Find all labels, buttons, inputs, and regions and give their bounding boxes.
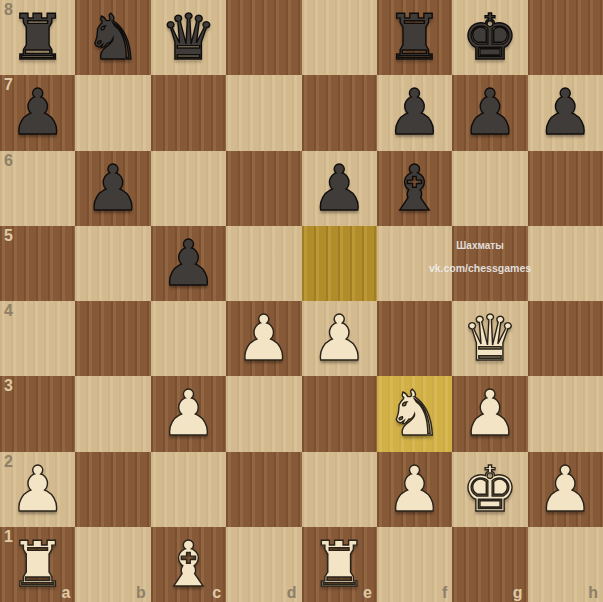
square-d7[interactable] [226,75,301,150]
square-b3[interactable] [75,376,150,451]
square-h3[interactable] [528,376,603,451]
file-label-b: b [136,584,146,602]
square-c4[interactable] [151,301,226,376]
square-e3[interactable] [302,376,377,451]
square-c8[interactable]: ♛ [151,0,226,75]
piece-black-pawn-h7[interactable]: ♟ [537,75,593,150]
chess-board: ♜8♞♛♜♚♟7♟♟♟6♟♟♝5♟4♟♟♛3♟♞♟♟2♟♚♟♜1ab♝cd♜ef… [0,0,603,602]
square-g5[interactable] [452,226,527,301]
file-label-g: g [513,584,523,602]
square-d1[interactable]: d [226,527,301,602]
square-c3[interactable]: ♟ [151,376,226,451]
square-f5[interactable] [377,226,452,301]
square-e4[interactable]: ♟ [302,301,377,376]
piece-black-pawn-e6[interactable]: ♟ [311,151,367,226]
square-e2[interactable] [302,452,377,527]
square-d3[interactable] [226,376,301,451]
square-d4[interactable]: ♟ [226,301,301,376]
square-h7[interactable]: ♟ [528,75,603,150]
piece-white-pawn-h2[interactable]: ♟ [537,452,593,527]
square-c2[interactable] [151,452,226,527]
square-h1[interactable]: h [528,527,603,602]
square-h8[interactable] [528,0,603,75]
piece-white-pawn-d4[interactable]: ♟ [236,301,292,376]
square-f8[interactable]: ♜ [377,0,452,75]
piece-white-pawn-g3[interactable]: ♟ [462,376,518,451]
rank-label-2: 2 [4,453,13,471]
square-g6[interactable] [452,151,527,226]
square-a2[interactable]: ♟2 [0,452,75,527]
square-c7[interactable] [151,75,226,150]
square-g1[interactable]: g [452,527,527,602]
file-label-f: f [442,584,447,602]
piece-black-rook-f8[interactable]: ♜ [386,0,442,75]
square-b2[interactable] [75,452,150,527]
piece-black-bishop-f6[interactable]: ♝ [386,151,442,226]
square-h6[interactable] [528,151,603,226]
piece-white-pawn-f2[interactable]: ♟ [386,452,442,527]
piece-white-pawn-e4[interactable]: ♟ [311,301,367,376]
square-e1[interactable]: ♜e [302,527,377,602]
square-g2[interactable]: ♚ [452,452,527,527]
square-c6[interactable] [151,151,226,226]
square-g8[interactable]: ♚ [452,0,527,75]
rank-label-4: 4 [4,302,13,320]
rank-label-1: 1 [4,528,13,546]
square-d6[interactable] [226,151,301,226]
piece-black-knight-b8[interactable]: ♞ [85,0,141,75]
piece-black-pawn-g7[interactable]: ♟ [462,75,518,150]
board-grid: ♜8♞♛♜♚♟7♟♟♟6♟♟♝5♟4♟♟♛3♟♞♟♟2♟♚♟♜1ab♝cd♜ef… [0,0,603,602]
square-b4[interactable] [75,301,150,376]
file-label-a: a [61,584,70,602]
piece-black-pawn-b6[interactable]: ♟ [85,151,141,226]
piece-white-king-g2[interactable]: ♚ [462,452,518,527]
piece-white-knight-f3[interactable]: ♞ [386,376,442,451]
file-label-h: h [588,584,598,602]
piece-black-queen-c8[interactable]: ♛ [160,0,216,75]
rank-label-6: 6 [4,152,13,170]
square-f1[interactable]: f [377,527,452,602]
piece-white-pawn-c3[interactable]: ♟ [160,376,216,451]
square-c5[interactable]: ♟ [151,226,226,301]
square-d2[interactable] [226,452,301,527]
square-a8[interactable]: ♜8 [0,0,75,75]
square-a1[interactable]: ♜1a [0,527,75,602]
square-a6[interactable]: 6 [0,151,75,226]
piece-black-pawn-f7[interactable]: ♟ [386,75,442,150]
piece-black-rook-a8[interactable]: ♜ [9,0,65,75]
square-a7[interactable]: ♟7 [0,75,75,150]
rank-label-8: 8 [4,1,13,19]
square-e5[interactable] [302,226,377,301]
piece-white-bishop-c1[interactable]: ♝ [160,527,216,602]
square-g7[interactable]: ♟ [452,75,527,150]
rank-label-5: 5 [4,227,13,245]
square-a3[interactable]: 3 [0,376,75,451]
square-b1[interactable]: b [75,527,150,602]
square-e6[interactable]: ♟ [302,151,377,226]
square-a4[interactable]: 4 [0,301,75,376]
square-g3[interactable]: ♟ [452,376,527,451]
square-g4[interactable]: ♛ [452,301,527,376]
square-b8[interactable]: ♞ [75,0,150,75]
file-label-c: c [212,584,221,602]
piece-white-rook-e1[interactable]: ♜ [311,527,367,602]
rank-label-3: 3 [4,377,13,395]
file-label-d: d [287,584,297,602]
piece-white-queen-g4[interactable]: ♛ [462,301,518,376]
square-d5[interactable] [226,226,301,301]
square-c1[interactable]: ♝c [151,527,226,602]
square-f6[interactable]: ♝ [377,151,452,226]
square-a5[interactable]: 5 [0,226,75,301]
square-e7[interactable] [302,75,377,150]
square-e8[interactable] [302,0,377,75]
square-f3[interactable]: ♞ [377,376,452,451]
piece-white-pawn-a2[interactable]: ♟ [9,452,65,527]
piece-black-king-g8[interactable]: ♚ [462,0,518,75]
square-b5[interactable] [75,226,150,301]
square-f7[interactable]: ♟ [377,75,452,150]
piece-black-pawn-c5[interactable]: ♟ [160,226,216,301]
square-b6[interactable]: ♟ [75,151,150,226]
piece-black-pawn-a7[interactable]: ♟ [9,75,65,150]
square-b7[interactable] [75,75,150,150]
square-h5[interactable] [528,226,603,301]
square-h4[interactable] [528,301,603,376]
square-f2[interactable]: ♟ [377,452,452,527]
file-label-e: e [363,584,372,602]
square-h2[interactable]: ♟ [528,452,603,527]
piece-white-rook-a1[interactable]: ♜ [9,527,65,602]
square-d8[interactable] [226,0,301,75]
rank-label-7: 7 [4,76,13,94]
square-f4[interactable] [377,301,452,376]
